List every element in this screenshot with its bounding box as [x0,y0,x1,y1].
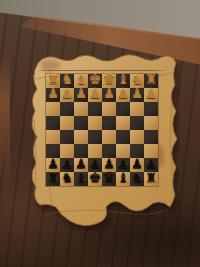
square-g6 [60,144,74,158]
square-c7: ♟ [116,158,130,172]
square-h1: ♜ [46,74,60,88]
square-e5 [88,130,102,144]
square-e4 [88,116,102,130]
square-f3 [74,102,88,116]
black-pawn: ♟ [89,157,101,170]
square-f6 [74,144,88,158]
square-a2: ♟ [144,88,158,102]
black-pawn: ♟ [131,157,143,170]
white-pawn: ♟ [47,87,59,100]
border-groove-line [36,70,168,71]
black-knight: ♞ [131,171,143,184]
square-d7: ♟ [102,158,116,172]
board-grid: ♜♞♝♚♛♝♞♜♟♟♟♟♟♟♟♟♟♟♟♟♟♟♟♟♜♞♝♚♛♝♞♜ [46,74,158,186]
square-e6 [88,144,102,158]
square-c8: ♝ [116,172,130,186]
white-bishop: ♝ [117,73,129,86]
square-b7: ♟ [130,158,144,172]
square-f1: ♝ [74,74,88,88]
square-g1: ♞ [60,74,74,88]
square-e7: ♟ [88,158,102,172]
photo-scene: ♜♞♝♚♛♝♞♜♟♟♟♟♟♟♟♟♟♟♟♟♟♟♟♟♜♞♝♚♛♝♞♜ [0,0,200,267]
black-queen: ♛ [103,171,116,184]
square-h4 [46,116,60,130]
white-rook: ♜ [145,73,157,86]
square-c4 [116,116,130,130]
square-f8: ♝ [74,172,88,186]
square-h8: ♜ [46,172,60,186]
square-a1: ♜ [144,74,158,88]
white-pawn: ♟ [61,87,73,100]
white-bishop: ♝ [75,73,87,86]
square-a6 [144,144,158,158]
square-d3 [102,102,116,116]
square-c3 [116,102,130,116]
square-b3 [130,102,144,116]
square-f5 [74,130,88,144]
square-g3 [60,102,74,116]
square-h7: ♟ [46,158,60,172]
square-g5 [60,130,74,144]
black-pawn: ♟ [117,157,129,170]
square-d4 [102,116,116,130]
black-pawn: ♟ [145,157,157,170]
white-knight: ♞ [131,73,143,86]
square-e8: ♚ [88,172,102,186]
square-f7: ♟ [74,158,88,172]
white-knight: ♞ [61,73,73,86]
square-a8: ♜ [144,172,158,186]
square-g8: ♞ [60,172,74,186]
black-pawn: ♟ [61,157,73,170]
square-g7: ♟ [60,158,74,172]
black-rook: ♜ [47,171,59,184]
black-rook: ♜ [145,171,157,184]
square-h6 [46,144,60,158]
square-b4 [130,116,144,130]
square-d5 [102,130,116,144]
square-c1: ♝ [116,74,130,88]
square-d8: ♛ [102,172,116,186]
square-a4 [144,116,158,130]
square-g2: ♟ [60,88,74,102]
black-bishop: ♝ [75,171,87,184]
left-edge-light-streak [0,55,10,185]
black-king: ♚ [89,171,102,184]
square-a3 [144,102,158,116]
square-d6 [102,144,116,158]
white-pawn: ♟ [131,87,143,100]
square-a7: ♟ [144,158,158,172]
square-c5 [116,130,130,144]
white-rook: ♜ [47,73,59,86]
square-d2: ♟ [102,88,116,102]
square-h3 [46,102,60,116]
white-pawn: ♟ [145,87,157,100]
black-pawn: ♟ [75,157,87,170]
square-e2: ♟ [88,88,102,102]
black-bishop: ♝ [117,171,129,184]
white-pawn: ♟ [89,87,101,100]
black-pawn: ♟ [47,157,59,170]
square-a5 [144,130,158,144]
square-b5 [130,130,144,144]
square-b8: ♞ [130,172,144,186]
square-b2: ♟ [130,88,144,102]
square-f2: ♟ [74,88,88,102]
square-e3 [88,102,102,116]
square-d1: ♛ [102,74,116,88]
square-g4 [60,116,74,130]
square-b6 [130,144,144,158]
square-b1: ♞ [130,74,144,88]
white-pawn: ♟ [103,87,115,100]
white-pawn: ♟ [75,87,87,100]
white-pawn: ♟ [117,87,129,100]
square-h2: ♟ [46,88,60,102]
white-king: ♚ [89,73,102,86]
square-c2: ♟ [116,88,130,102]
square-f4 [74,116,88,130]
square-e1: ♚ [88,74,102,88]
square-h5 [46,130,60,144]
white-queen: ♛ [103,73,116,86]
black-knight: ♞ [61,171,73,184]
square-c6 [116,144,130,158]
black-pawn: ♟ [103,157,115,170]
